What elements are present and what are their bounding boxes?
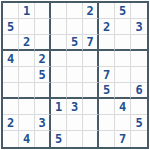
cell-r3c3[interactable]: [35, 35, 51, 51]
given-digit: 5: [7, 21, 14, 33]
given-digit: 3: [38, 117, 45, 129]
cell-r2c4[interactable]: [51, 19, 67, 35]
cell-r5c4[interactable]: [51, 67, 67, 83]
given-digit: 3: [71, 101, 78, 113]
cell-r7c2[interactable]: [19, 99, 35, 115]
cell-r3c1[interactable]: [3, 35, 19, 51]
cell-r6c6[interactable]: [83, 83, 99, 99]
cell-r1c8[interactable]: 5: [115, 3, 131, 19]
given-digit: 4: [23, 133, 30, 145]
cell-r5c9[interactable]: [131, 67, 147, 83]
cell-r9c7[interactable]: [99, 131, 115, 147]
cell-r8c7[interactable]: [99, 115, 115, 131]
cell-r4c6[interactable]: [83, 51, 99, 67]
cell-r5c8[interactable]: [115, 67, 131, 83]
cell-r2c5[interactable]: [67, 19, 83, 35]
cell-r5c3[interactable]: 5: [35, 67, 51, 83]
cell-r9c8[interactable]: 7: [115, 131, 131, 147]
cell-r4c9[interactable]: [131, 51, 147, 67]
given-digit: 6: [135, 84, 142, 96]
cell-r4c5[interactable]: [67, 51, 83, 67]
cell-r6c2[interactable]: [19, 83, 35, 99]
cell-r7c5[interactable]: 3: [67, 99, 83, 115]
cell-r1c4[interactable]: [51, 3, 67, 19]
cell-r1c1[interactable]: [3, 3, 19, 19]
cell-r8c2[interactable]: [19, 115, 35, 131]
given-digit: 1: [23, 5, 30, 17]
cell-r6c1[interactable]: [3, 83, 19, 99]
cell-r2c2[interactable]: [19, 19, 35, 35]
cell-r8c3[interactable]: 3: [35, 115, 51, 131]
cell-r7c3[interactable]: [35, 99, 51, 115]
given-digit: 5: [103, 84, 110, 96]
sudoku-board: 125523257425756134235457: [1, 1, 149, 149]
cell-r1c3[interactable]: [35, 3, 51, 19]
cell-r5c7[interactable]: 7: [99, 67, 115, 83]
cell-r2c8[interactable]: [115, 19, 131, 35]
sudoku-board-container: 125523257425756134235457: [0, 0, 150, 150]
cell-r5c2[interactable]: [19, 67, 35, 83]
cell-r2c1[interactable]: 5: [3, 19, 19, 35]
cell-r1c7[interactable]: [99, 3, 115, 19]
cell-r5c6[interactable]: [83, 67, 99, 83]
given-digit: 2: [103, 21, 110, 33]
cell-r7c7[interactable]: [99, 99, 115, 115]
given-digit: 4: [7, 53, 14, 65]
cell-r9c5[interactable]: [67, 131, 83, 147]
cell-r1c5[interactable]: [67, 3, 83, 19]
cell-r4c1[interactable]: 4: [3, 51, 19, 67]
cell-r6c7[interactable]: 5: [99, 83, 115, 99]
cell-r9c4[interactable]: 5: [51, 131, 67, 147]
cell-r2c7[interactable]: 2: [99, 19, 115, 35]
cell-r9c9[interactable]: [131, 131, 147, 147]
given-digit: 5: [71, 36, 78, 48]
cell-r7c4[interactable]: 1: [51, 99, 67, 115]
cell-r1c2[interactable]: 1: [19, 3, 35, 19]
cell-r7c9[interactable]: [131, 99, 147, 115]
cell-r5c5[interactable]: [67, 67, 83, 83]
given-digit: 7: [86, 36, 93, 48]
cell-r4c2[interactable]: [19, 51, 35, 67]
cell-r4c7[interactable]: [99, 51, 115, 67]
given-digit: 2: [23, 36, 30, 48]
cell-r9c2[interactable]: 4: [19, 131, 35, 147]
cell-r8c4[interactable]: [51, 115, 67, 131]
cell-r6c9[interactable]: 6: [131, 83, 147, 99]
given-digit: 7: [103, 69, 110, 81]
cell-r3c9[interactable]: [131, 35, 147, 51]
given-digit: 2: [86, 5, 93, 17]
cell-r8c1[interactable]: 2: [3, 115, 19, 131]
cell-r3c7[interactable]: [99, 35, 115, 51]
given-digit: 2: [38, 53, 45, 65]
cell-r3c5[interactable]: 5: [67, 35, 83, 51]
cell-r5c1[interactable]: [3, 67, 19, 83]
cell-r3c8[interactable]: [115, 35, 131, 51]
cell-r7c6[interactable]: [83, 99, 99, 115]
cell-r6c8[interactable]: [115, 83, 131, 99]
cell-r2c9[interactable]: 3: [131, 19, 147, 35]
cell-r8c5[interactable]: [67, 115, 83, 131]
cell-r4c4[interactable]: [51, 51, 67, 67]
given-digit: 7: [119, 133, 126, 145]
cell-r1c6[interactable]: 2: [83, 3, 99, 19]
cell-r9c1[interactable]: [3, 131, 19, 147]
cell-r6c4[interactable]: [51, 83, 67, 99]
cell-r4c3[interactable]: 2: [35, 51, 51, 67]
cell-r9c6[interactable]: [83, 131, 99, 147]
cell-r3c2[interactable]: 2: [19, 35, 35, 51]
given-digit: 5: [119, 5, 126, 17]
given-digit: 3: [135, 21, 142, 33]
cell-r2c6[interactable]: [83, 19, 99, 35]
cell-r8c6[interactable]: [83, 115, 99, 131]
cell-r7c8[interactable]: 4: [115, 99, 131, 115]
given-digit: 5: [135, 117, 142, 129]
cell-r6c3[interactable]: [35, 83, 51, 99]
given-digit: 5: [38, 69, 45, 81]
cell-r7c1[interactable]: [3, 99, 19, 115]
cell-r4c8[interactable]: [115, 51, 131, 67]
given-digit: 1: [55, 101, 62, 113]
given-digit: 2: [7, 117, 14, 129]
cell-r6c5[interactable]: [67, 83, 83, 99]
cell-r3c6[interactable]: 7: [83, 35, 99, 51]
cell-r9c3[interactable]: [35, 131, 51, 147]
given-digit: 5: [55, 133, 62, 145]
given-digit: 4: [119, 101, 126, 113]
cell-r2c3[interactable]: [35, 19, 51, 35]
cell-r1c9[interactable]: [131, 3, 147, 19]
cell-r8c8[interactable]: [115, 115, 131, 131]
cell-r8c9[interactable]: 5: [131, 115, 147, 131]
cell-r3c4[interactable]: [51, 35, 67, 51]
